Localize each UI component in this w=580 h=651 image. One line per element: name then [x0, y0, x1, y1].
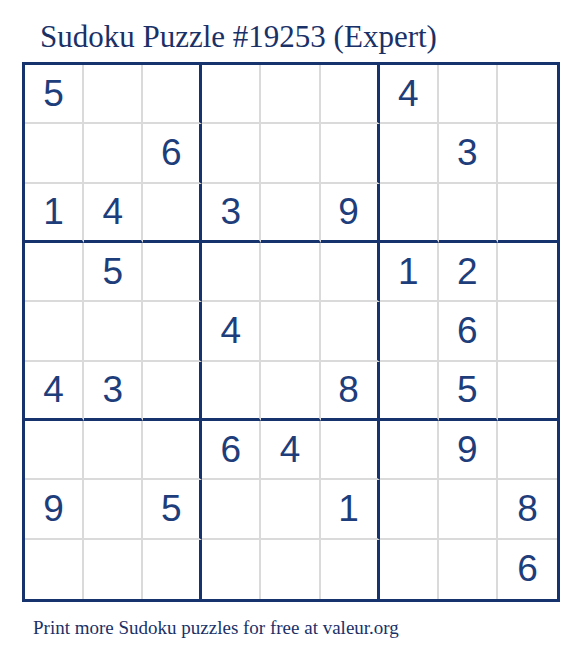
footer-text: Print more Sudoku puzzles for free at va…	[33, 617, 580, 639]
sudoku-cell-r9c5[interactable]	[261, 540, 320, 599]
sudoku-cell-r5c9[interactable]	[498, 302, 557, 361]
sudoku-cell-r5c4[interactable]: 4	[202, 302, 261, 361]
sudoku-cell-r5c1[interactable]	[25, 302, 84, 361]
sudoku-cell-r1c6[interactable]	[321, 65, 380, 124]
sudoku-cell-r2c8[interactable]: 3	[439, 124, 498, 183]
sudoku-page: Sudoku Puzzle #19253 (Expert) 5463143951…	[0, 19, 580, 651]
sudoku-cell-r5c5[interactable]	[261, 302, 320, 361]
sudoku-cell-r8c5[interactable]	[261, 480, 320, 539]
sudoku-cell-r1c8[interactable]	[439, 65, 498, 124]
sudoku-cell-r5c8[interactable]: 6	[439, 302, 498, 361]
sudoku-cell-r1c7[interactable]: 4	[380, 65, 439, 124]
sudoku-cell-r9c2[interactable]	[84, 540, 143, 599]
sudoku-cell-r9c9[interactable]: 6	[498, 540, 557, 599]
sudoku-board: 5463143951246438564995186	[22, 62, 560, 602]
sudoku-cell-r3c7[interactable]	[380, 184, 439, 243]
sudoku-cell-r2c6[interactable]	[321, 124, 380, 183]
sudoku-cell-r5c6[interactable]	[321, 302, 380, 361]
sudoku-cell-r2c5[interactable]	[261, 124, 320, 183]
sudoku-cell-r5c3[interactable]	[143, 302, 202, 361]
sudoku-cell-r7c5[interactable]: 4	[261, 421, 320, 480]
sudoku-cell-r8c1[interactable]: 9	[25, 480, 84, 539]
sudoku-cell-r7c9[interactable]	[498, 421, 557, 480]
sudoku-cell-r5c2[interactable]	[84, 302, 143, 361]
sudoku-cell-r9c7[interactable]	[380, 540, 439, 599]
sudoku-cell-r7c1[interactable]	[25, 421, 84, 480]
sudoku-cell-r7c7[interactable]	[380, 421, 439, 480]
sudoku-cell-r1c5[interactable]	[261, 65, 320, 124]
sudoku-cell-r6c5[interactable]	[261, 362, 320, 421]
sudoku-cell-r1c3[interactable]	[143, 65, 202, 124]
sudoku-cell-r4c5[interactable]	[261, 243, 320, 302]
sudoku-cell-r3c9[interactable]	[498, 184, 557, 243]
sudoku-cell-r2c9[interactable]	[498, 124, 557, 183]
sudoku-cell-r2c1[interactable]	[25, 124, 84, 183]
sudoku-cell-r7c6[interactable]	[321, 421, 380, 480]
sudoku-cell-r9c1[interactable]	[25, 540, 84, 599]
sudoku-cell-r4c6[interactable]	[321, 243, 380, 302]
sudoku-cell-r1c2[interactable]	[84, 65, 143, 124]
sudoku-cell-r8c6[interactable]: 1	[321, 480, 380, 539]
sudoku-cell-r6c8[interactable]: 5	[439, 362, 498, 421]
sudoku-cell-r6c3[interactable]	[143, 362, 202, 421]
sudoku-cell-r1c4[interactable]	[202, 65, 261, 124]
sudoku-cell-r3c4[interactable]: 3	[202, 184, 261, 243]
page-title: Sudoku Puzzle #19253 (Expert)	[40, 19, 580, 55]
sudoku-cell-r9c8[interactable]	[439, 540, 498, 599]
sudoku-cell-r9c6[interactable]	[321, 540, 380, 599]
sudoku-cell-r8c9[interactable]: 8	[498, 480, 557, 539]
sudoku-cell-r7c4[interactable]: 6	[202, 421, 261, 480]
sudoku-cell-r1c9[interactable]	[498, 65, 557, 124]
sudoku-cell-r7c8[interactable]: 9	[439, 421, 498, 480]
sudoku-cell-r2c3[interactable]: 6	[143, 124, 202, 183]
sudoku-cell-r5c7[interactable]	[380, 302, 439, 361]
sudoku-cell-r3c1[interactable]: 1	[25, 184, 84, 243]
sudoku-cell-r4c2[interactable]: 5	[84, 243, 143, 302]
sudoku-cell-r6c2[interactable]: 3	[84, 362, 143, 421]
sudoku-cell-r4c7[interactable]: 1	[380, 243, 439, 302]
sudoku-cell-r3c2[interactable]: 4	[84, 184, 143, 243]
sudoku-cell-r8c4[interactable]	[202, 480, 261, 539]
sudoku-cell-r7c2[interactable]	[84, 421, 143, 480]
sudoku-cell-r9c3[interactable]	[143, 540, 202, 599]
sudoku-cell-r8c2[interactable]	[84, 480, 143, 539]
sudoku-cell-r7c3[interactable]	[143, 421, 202, 480]
sudoku-cell-r6c6[interactable]: 8	[321, 362, 380, 421]
sudoku-cell-r8c8[interactable]	[439, 480, 498, 539]
sudoku-cell-r4c4[interactable]	[202, 243, 261, 302]
sudoku-cell-r6c4[interactable]	[202, 362, 261, 421]
sudoku-cell-r2c7[interactable]	[380, 124, 439, 183]
sudoku-cell-r1c1[interactable]: 5	[25, 65, 84, 124]
sudoku-cell-r8c7[interactable]	[380, 480, 439, 539]
sudoku-cell-r6c7[interactable]	[380, 362, 439, 421]
sudoku-cell-r8c3[interactable]: 5	[143, 480, 202, 539]
sudoku-cell-r4c9[interactable]	[498, 243, 557, 302]
sudoku-cell-r3c8[interactable]	[439, 184, 498, 243]
sudoku-cell-r3c5[interactable]	[261, 184, 320, 243]
sudoku-cell-r3c6[interactable]: 9	[321, 184, 380, 243]
sudoku-cell-r6c9[interactable]	[498, 362, 557, 421]
sudoku-cell-r6c1[interactable]: 4	[25, 362, 84, 421]
sudoku-cell-r9c4[interactable]	[202, 540, 261, 599]
sudoku-cell-r4c3[interactable]	[143, 243, 202, 302]
sudoku-cell-r4c1[interactable]	[25, 243, 84, 302]
sudoku-cell-r2c4[interactable]	[202, 124, 261, 183]
sudoku-cell-r3c3[interactable]	[143, 184, 202, 243]
sudoku-cell-r2c2[interactable]	[84, 124, 143, 183]
sudoku-cell-r4c8[interactable]: 2	[439, 243, 498, 302]
